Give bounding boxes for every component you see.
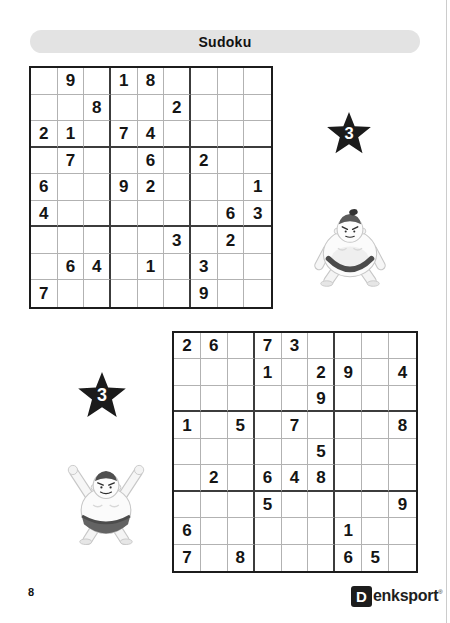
sudoku-cell-r7c1[interactable] xyxy=(174,492,201,518)
brand-d-logo: D xyxy=(351,586,372,607)
sudoku-cell-r4c7: 2 xyxy=(191,148,218,175)
sudoku-cell-r4c5: 7 xyxy=(282,412,309,438)
sudoku-cell-r1c6[interactable] xyxy=(308,333,335,359)
sudoku-cell-r7c3[interactable] xyxy=(228,492,255,518)
sudoku-cell-r8c7: 1 xyxy=(335,518,362,544)
sudoku-cell-r3c2: 1 xyxy=(58,121,85,148)
sudoku-cell-r3c8[interactable] xyxy=(362,386,389,412)
sudoku-cell-r5c7[interactable] xyxy=(335,439,362,465)
sudoku-cell-r4c5: 6 xyxy=(138,148,165,175)
sudoku-cell-r5c8[interactable] xyxy=(218,174,245,201)
sudoku-cell-r2c5[interactable] xyxy=(138,95,165,122)
sudoku-cell-r9c9[interactable] xyxy=(389,545,416,571)
sudoku-cell-r3c2[interactable] xyxy=(201,386,228,412)
sudoku-cell-r2c9[interactable] xyxy=(244,95,271,122)
sudoku-cell-r7c4: 5 xyxy=(255,492,282,518)
difficulty-star-value: 3 xyxy=(97,385,107,405)
sudoku-cell-r9c7: 9 xyxy=(191,280,218,307)
sudoku-cell-r4c1[interactable] xyxy=(31,148,58,175)
sudoku-cell-r6c4: 6 xyxy=(255,465,282,491)
sudoku-cell-r3c4[interactable] xyxy=(255,386,282,412)
sudoku-cell-r9c4[interactable] xyxy=(255,545,282,571)
sudoku-cell-r2c1[interactable] xyxy=(174,359,201,385)
sudoku-cell-r3c5: 4 xyxy=(138,121,165,148)
sudoku-cell-r4c8[interactable] xyxy=(362,412,389,438)
sudoku-cell-r8c9[interactable] xyxy=(389,518,416,544)
sudoku-cell-r9c1: 7 xyxy=(31,280,58,307)
sudoku-cell-r1c2: 9 xyxy=(58,68,85,95)
sudoku-cell-r8c4[interactable] xyxy=(111,254,138,281)
sumo-wrestler-squatting-image xyxy=(306,201,394,287)
sudoku-cell-r2c5[interactable] xyxy=(282,359,309,385)
sudoku-cell-r7c4[interactable] xyxy=(111,227,138,254)
sudoku-cell-r9c1: 7 xyxy=(174,545,201,571)
sudoku-cell-r7c5[interactable] xyxy=(138,227,165,254)
sudoku-cell-r2c4: 1 xyxy=(255,359,282,385)
sudoku-cell-r5c4: 9 xyxy=(111,174,138,201)
sudoku-cell-r8c3[interactable] xyxy=(228,518,255,544)
sudoku-cell-r6c3[interactable] xyxy=(84,201,111,228)
sudoku-cell-r2c2[interactable] xyxy=(201,359,228,385)
sudoku-cell-r6c6: 8 xyxy=(308,465,335,491)
sudoku-cell-r3c7[interactable] xyxy=(191,121,218,148)
sudoku-cell-r2c3[interactable] xyxy=(228,359,255,385)
sudoku-cell-r3c8[interactable] xyxy=(218,121,245,148)
sudoku-cell-r7c6[interactable] xyxy=(308,492,335,518)
page-number: 8 xyxy=(28,586,34,598)
page-title: Sudoku xyxy=(198,34,251,50)
difficulty-star-icon: 3 xyxy=(77,371,127,421)
brand-trademark: ® xyxy=(438,589,442,595)
sudoku-cell-r6c8[interactable] xyxy=(362,465,389,491)
sumo-wrestler-arms-raised-image xyxy=(60,452,152,545)
sudoku-cell-r1c3[interactable] xyxy=(228,333,255,359)
sudoku-cell-r7c8: 2 xyxy=(218,227,245,254)
sudoku-cell-r9c9[interactable] xyxy=(244,280,271,307)
sudoku-cell-r9c6[interactable] xyxy=(308,545,335,571)
sudoku-cell-r5c3[interactable] xyxy=(84,174,111,201)
difficulty-star-icon: 3 xyxy=(326,111,372,157)
sudoku-cell-r4c6[interactable] xyxy=(308,412,335,438)
sudoku-cell-r1c2: 6 xyxy=(201,333,228,359)
sudoku-cell-r2c8[interactable] xyxy=(362,359,389,385)
sudoku-cell-r1c3[interactable] xyxy=(84,68,111,95)
sudoku-cell-r7c9: 9 xyxy=(389,492,416,518)
sudoku-cell-r4c4[interactable] xyxy=(255,412,282,438)
sudoku-cell-r8c2[interactable] xyxy=(201,518,228,544)
sudoku-cell-r3c9[interactable] xyxy=(389,386,416,412)
sudoku-cell-r2c9: 4 xyxy=(389,359,416,385)
sudoku-cell-r7c2[interactable] xyxy=(201,492,228,518)
sudoku-cell-r3c1[interactable] xyxy=(174,386,201,412)
sudoku-cell-r3c9[interactable] xyxy=(244,121,271,148)
sudoku-cell-r9c3[interactable] xyxy=(84,280,111,307)
sudoku-cell-r6c4[interactable] xyxy=(111,201,138,228)
sudoku-cell-r8c6[interactable] xyxy=(164,254,191,281)
sudoku-cell-r1c8[interactable] xyxy=(218,68,245,95)
sudoku-cell-r6c2[interactable] xyxy=(58,201,85,228)
sudoku-cell-r9c7: 6 xyxy=(335,545,362,571)
sudoku-cell-r8c2: 6 xyxy=(58,254,85,281)
sudoku-cell-r1c1: 2 xyxy=(174,333,201,359)
sudoku-cell-r8c9[interactable] xyxy=(244,254,271,281)
page-title-banner: Sudoku xyxy=(30,30,420,53)
sudoku-cell-r5c5: 2 xyxy=(138,174,165,201)
sudoku-cell-r8c1[interactable] xyxy=(31,254,58,281)
brand-logo: D enksport ® xyxy=(351,585,443,607)
sudoku-cell-r5c2[interactable] xyxy=(201,439,228,465)
sudoku-cell-r2c1[interactable] xyxy=(31,95,58,122)
sudoku-grid-bottom: 26731294915785264859617865 xyxy=(172,331,418,573)
sudoku-cell-r8c8[interactable] xyxy=(218,254,245,281)
sudoku-cell-r1c4: 7 xyxy=(255,333,282,359)
sudoku-cell-r7c7[interactable] xyxy=(335,492,362,518)
sudoku-cell-r4c1: 1 xyxy=(174,412,201,438)
sudoku-cell-r4c3[interactable] xyxy=(84,148,111,175)
sudoku-cell-r9c3: 8 xyxy=(228,545,255,571)
sudoku-cell-r8c5: 1 xyxy=(138,254,165,281)
sudoku-cell-r6c6[interactable] xyxy=(164,201,191,228)
sudoku-cell-r2c8[interactable] xyxy=(218,95,245,122)
sudoku-cell-r4c2: 7 xyxy=(58,148,85,175)
sudoku-cell-r6c7[interactable] xyxy=(335,465,362,491)
sudoku-cell-r6c2: 2 xyxy=(201,465,228,491)
sudoku-cell-r3c5[interactable] xyxy=(282,386,309,412)
sudoku-cell-r5c8[interactable] xyxy=(362,439,389,465)
sudoku-cell-r9c2[interactable] xyxy=(201,545,228,571)
sudoku-cell-r4c9: 8 xyxy=(389,412,416,438)
sudoku-cell-r6c1: 4 xyxy=(31,201,58,228)
sudoku-cell-r5c6[interactable] xyxy=(164,174,191,201)
sudoku-cell-r4c6[interactable] xyxy=(164,148,191,175)
sudoku-cell-r2c7: 9 xyxy=(335,359,362,385)
sudoku-cell-r3c3[interactable] xyxy=(84,121,111,148)
sudoku-cell-r7c8[interactable] xyxy=(362,492,389,518)
sudoku-cell-r2c4[interactable] xyxy=(111,95,138,122)
sudoku-cell-r7c3[interactable] xyxy=(84,227,111,254)
sudoku-cell-r5c9: 1 xyxy=(244,174,271,201)
sudoku-cell-r1c9[interactable] xyxy=(244,68,271,95)
sudoku-cell-r8c8[interactable] xyxy=(362,518,389,544)
sudoku-cell-r5c2[interactable] xyxy=(58,174,85,201)
sudoku-cell-r8c3: 4 xyxy=(84,254,111,281)
magazine-page: Sudoku 918822174762692146332641379 3 xyxy=(0,0,450,623)
sudoku-cell-r9c2[interactable] xyxy=(58,280,85,307)
sudoku-cell-r7c5[interactable] xyxy=(282,492,309,518)
sudoku-cell-r5c1[interactable] xyxy=(174,439,201,465)
sudoku-cell-r2c3: 8 xyxy=(84,95,111,122)
sudoku-cell-r4c9[interactable] xyxy=(244,148,271,175)
sudoku-cell-r8c7: 3 xyxy=(191,254,218,281)
sudoku-cell-r8c4[interactable] xyxy=(255,518,282,544)
sudoku-cell-r9c5[interactable] xyxy=(282,545,309,571)
sudoku-cell-r7c6: 3 xyxy=(164,227,191,254)
sudoku-cell-r9c8: 5 xyxy=(362,545,389,571)
sudoku-cell-r5c5[interactable] xyxy=(282,439,309,465)
sudoku-cell-r7c7[interactable] xyxy=(191,227,218,254)
sudoku-cell-r4c2[interactable] xyxy=(201,412,228,438)
sudoku-cell-r9c6[interactable] xyxy=(164,280,191,307)
sudoku-cell-r8c6[interactable] xyxy=(308,518,335,544)
sudoku-cell-r3c4: 7 xyxy=(111,121,138,148)
sudoku-cell-r5c9[interactable] xyxy=(389,439,416,465)
sudoku-cell-r6c3[interactable] xyxy=(228,465,255,491)
sudoku-cell-r4c7[interactable] xyxy=(335,412,362,438)
page-edge-line xyxy=(446,0,447,623)
sudoku-cell-r3c7[interactable] xyxy=(335,386,362,412)
sudoku-cell-r5c1: 6 xyxy=(31,174,58,201)
sudoku-cell-r8c1: 6 xyxy=(174,518,201,544)
sudoku-cell-r2c2[interactable] xyxy=(58,95,85,122)
sudoku-cell-r3c3[interactable] xyxy=(228,386,255,412)
sudoku-cell-r7c2[interactable] xyxy=(58,227,85,254)
sudoku-cell-r1c8[interactable] xyxy=(362,333,389,359)
sudoku-cell-r1c9[interactable] xyxy=(389,333,416,359)
sudoku-cell-r5c4[interactable] xyxy=(255,439,282,465)
sudoku-cell-r1c5: 3 xyxy=(282,333,309,359)
difficulty-star-value: 3 xyxy=(344,124,353,143)
sudoku-cell-r9c5[interactable] xyxy=(138,280,165,307)
sudoku-cell-r4c8[interactable] xyxy=(218,148,245,175)
sudoku-cell-r9c4[interactable] xyxy=(111,280,138,307)
sudoku-cell-r6c9: 3 xyxy=(244,201,271,228)
sudoku-grid-top: 918822174762692146332641379 xyxy=(29,66,273,309)
sudoku-cell-r5c6: 5 xyxy=(308,439,335,465)
sudoku-cell-r8c5[interactable] xyxy=(282,518,309,544)
sudoku-cell-r6c1[interactable] xyxy=(174,465,201,491)
sudoku-cell-r7c1[interactable] xyxy=(31,227,58,254)
brand-name: enksport xyxy=(373,587,438,605)
sudoku-cell-r6c7[interactable] xyxy=(191,201,218,228)
sudoku-cell-r3c6: 9 xyxy=(308,386,335,412)
sudoku-cell-r3c6[interactable] xyxy=(164,121,191,148)
sudoku-cell-r1c7[interactable] xyxy=(191,68,218,95)
sudoku-cell-r1c7[interactable] xyxy=(335,333,362,359)
sudoku-cell-r1c5: 8 xyxy=(138,68,165,95)
sudoku-cell-r5c7[interactable] xyxy=(191,174,218,201)
sudoku-cell-r4c4[interactable] xyxy=(111,148,138,175)
sudoku-cell-r6c8: 6 xyxy=(218,201,245,228)
sudoku-cell-r6c9[interactable] xyxy=(389,465,416,491)
sudoku-cell-r9c8[interactable] xyxy=(218,280,245,307)
sudoku-cell-r4c3: 5 xyxy=(228,412,255,438)
sudoku-cell-r2c7[interactable] xyxy=(191,95,218,122)
sudoku-cell-r6c5: 4 xyxy=(282,465,309,491)
sudoku-cell-r3c1: 2 xyxy=(31,121,58,148)
sudoku-cell-r1c4: 1 xyxy=(111,68,138,95)
sudoku-cell-r2c6: 2 xyxy=(308,359,335,385)
sudoku-cell-r6c5[interactable] xyxy=(138,201,165,228)
sudoku-cell-r1c6[interactable] xyxy=(164,68,191,95)
sudoku-cell-r7c9[interactable] xyxy=(244,227,271,254)
sudoku-cell-r5c3[interactable] xyxy=(228,439,255,465)
sudoku-cell-r1c1[interactable] xyxy=(31,68,58,95)
sudoku-cell-r2c6: 2 xyxy=(164,95,191,122)
